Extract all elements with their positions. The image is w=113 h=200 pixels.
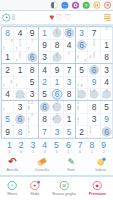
digit: 5: [67, 128, 72, 136]
numpad-digit: 7: [78, 140, 83, 149]
note-digit: [59, 59, 63, 63]
numpad-remaining-count: 1: [32, 149, 34, 153]
premium-icon: ◆: [93, 181, 102, 190]
numpad-1[interactable]: 13: [5, 140, 14, 155]
note-digit: [108, 96, 112, 100]
digit: 7: [92, 29, 97, 37]
cell-r8c5[interactable]: 24: [51, 113, 63, 125]
numpad-4[interactable]: 44: [40, 140, 49, 155]
heart-empty-icon: ♡: [64, 13, 71, 21]
note-digit: [96, 96, 100, 100]
pencil-notes: 247: [27, 114, 38, 125]
digit: 8: [5, 29, 10, 37]
note-digit: [34, 109, 38, 113]
cell-r4c9[interactable]: 3: [100, 64, 112, 76]
digit: 1: [18, 66, 23, 74]
cell-r7c1[interactable]: 7: [2, 101, 14, 113]
digit: 6: [55, 90, 60, 98]
status-bar: 05:46 ♥♡♡: [0, 11, 113, 25]
digit: 7: [67, 66, 72, 74]
new-grid-icon: ⊞: [60, 181, 69, 190]
numpad-8[interactable]: 81: [88, 140, 97, 155]
nav-item-premium[interactable]: ◆Premium: [89, 181, 106, 196]
note-digit: [10, 47, 14, 51]
cell-r4c2[interactable]: 1: [14, 64, 26, 76]
cell-r6c4[interactable]: 5: [39, 89, 51, 101]
numpad-2[interactable]: 26: [17, 140, 26, 155]
digit: 3: [30, 90, 35, 98]
note-digit: [84, 84, 88, 88]
digit: 8: [67, 90, 72, 98]
numpad-remaining-count: 2: [103, 149, 105, 153]
cell-r9c1[interactable]: 9: [2, 126, 14, 138]
digit: 3: [18, 103, 23, 111]
note-digit: [10, 109, 14, 113]
pencil-notes: 14: [88, 126, 99, 138]
numpad-digit: 8: [89, 140, 94, 149]
pencil-notes: 14: [27, 126, 38, 138]
note-digit: [59, 121, 63, 125]
pencil-notes: 25: [88, 40, 99, 51]
cell-r1c2[interactable]: 4: [14, 27, 26, 39]
numpad-digit: 5: [54, 140, 59, 149]
cell-r6c5[interactable]: 6: [51, 89, 63, 101]
cell-r8c9[interactable]: 9: [100, 113, 112, 125]
digit: 4: [5, 90, 10, 98]
cell-r8c1[interactable]: 5: [2, 113, 14, 125]
digit: 1: [67, 115, 72, 123]
numpad-remaining-count: 3: [55, 149, 57, 153]
cell-r9c4[interactable]: 7: [39, 126, 51, 138]
digit: 6: [92, 66, 97, 74]
pencil-notes: 7: [2, 101, 13, 112]
cell-r4c4[interactable]: 4: [39, 64, 51, 76]
lives-hearts: ♥♡♡: [17, 13, 104, 21]
numpad-6[interactable]: 61: [64, 140, 73, 155]
nav-label: Menù: [7, 191, 17, 196]
pencil-notes: 257: [14, 52, 25, 63]
numpad-3[interactable]: 31: [29, 140, 38, 155]
digit: 1: [55, 78, 60, 86]
digit: 6: [30, 53, 35, 61]
pencil-notes: 27: [101, 89, 113, 100]
heart-empty-icon: ♡: [56, 13, 63, 21]
digit: 1: [42, 29, 47, 37]
numpad-remaining-count: 3: [8, 149, 10, 153]
cell-r8c6[interactable]: 1: [63, 113, 75, 125]
numpad-digit: 2: [19, 140, 24, 149]
numpad-remaining-count: 1: [67, 149, 69, 153]
digit: 2: [79, 128, 84, 136]
cell-r9c3[interactable]: 14: [26, 126, 38, 138]
cell-r2c7[interactable]: 6: [76, 39, 88, 51]
pencil-notes: 245: [88, 52, 99, 63]
cell-r1c3[interactable]: 9: [26, 27, 38, 39]
cell-r1c5[interactable]: 25: [51, 27, 63, 39]
cell-r7c3[interactable]: 1247: [26, 101, 38, 113]
bottom-nav: ≡Menù★Sfide⊞Nuova griglia◆Premium: [0, 176, 113, 200]
digit: 5: [104, 103, 109, 111]
cell-r7c6[interactable]: 9: [63, 101, 75, 113]
cell-r3c8[interactable]: 245: [88, 52, 100, 64]
note-digit: [96, 134, 100, 138]
cell-r7c4[interactable]: 6: [39, 101, 51, 113]
cell-r2c4[interactable]: 9: [39, 39, 51, 51]
digit: 4: [42, 66, 47, 74]
digit: 8: [104, 53, 109, 61]
note-button[interactable]: ✎Note: [62, 157, 81, 176]
cell-r2c2[interactable]: 257: [14, 39, 26, 51]
numpad-remaining-count: 6: [20, 149, 22, 153]
numpad-digit: 6: [66, 140, 71, 149]
challenges-icon: ★: [30, 181, 39, 190]
cell-r5c9[interactable]: 4: [100, 76, 112, 88]
digit: 9: [92, 78, 97, 86]
digit: 5: [30, 78, 35, 86]
pencil-notes: 67: [2, 77, 13, 88]
pencil-notes: 25: [51, 27, 62, 38]
pencil-notes: 49: [76, 52, 87, 63]
cell-r6c1[interactable]: 4: [2, 89, 14, 101]
cell-r1c6[interactable]: 6: [63, 27, 75, 39]
nav-item-nuova-griglia[interactable]: ⊞Nuova griglia: [52, 181, 75, 196]
note-digit: [22, 47, 26, 51]
cell-r2c6[interactable]: 4: [63, 39, 75, 51]
digit: 8: [55, 41, 60, 49]
clock-icon: [2, 14, 10, 22]
cell-r2c9[interactable]: 1: [100, 39, 112, 51]
digit: 6: [67, 29, 72, 37]
digit: 2: [42, 78, 47, 86]
cell-r3c4[interactable]: 3: [39, 52, 51, 64]
cell-r7c9[interactable]: 5: [100, 101, 112, 113]
cancella-button[interactable]: Cancella: [32, 157, 51, 176]
digit: 9: [67, 103, 72, 111]
pencil-notes: 1247: [27, 101, 38, 112]
numpad-9[interactable]: 92: [99, 140, 108, 155]
cell-r8c2[interactable]: 6: [14, 113, 26, 125]
digit: 3: [104, 66, 109, 74]
cell-r3c5[interactable]: 257: [51, 52, 63, 64]
pencil-glyph: ✎: [67, 157, 75, 166]
cell-r2c3[interactable]: 27: [26, 39, 38, 51]
list-bar: [104, 18, 111, 19]
sudoku-app: ...?× 05:46 ♥♡♡ 849125637237257279846251…: [0, 0, 113, 200]
menu-icon: ≡: [8, 181, 17, 190]
help-icon[interactable]: ?: [83, 2, 90, 9]
action-label: Note: [67, 168, 75, 172]
numpad-digit: 3: [31, 140, 36, 149]
pencil-notes: 79: [14, 89, 25, 100]
numpad-digit: 9: [101, 140, 106, 149]
cell-r9c2[interactable]: 8: [14, 126, 26, 138]
eraser-icon: [38, 157, 47, 167]
pencil-notes: 17: [76, 89, 87, 100]
undo-arrow-glyph: ↶: [8, 157, 16, 167]
cell-r1c7[interactable]: 3: [76, 27, 88, 39]
close-icon[interactable]: ×: [104, 2, 111, 9]
digit: 3: [67, 78, 72, 86]
digit: 2: [5, 66, 10, 74]
numpad-remaining-count: 6: [79, 149, 81, 153]
pause-icon[interactable]: [93, 2, 100, 9]
cell-r1c4[interactable]: 1: [39, 27, 51, 39]
cell-r1c9[interactable]: 2: [100, 27, 112, 39]
pencil-notes: 147: [76, 101, 87, 112]
eraser-shape: [37, 157, 47, 166]
cell-r3c6[interactable]: 2: [63, 52, 75, 64]
top-toolbar: ...?×: [0, 0, 113, 11]
note-digit: [59, 109, 63, 113]
cell-r5c1[interactable]: 67: [2, 76, 14, 88]
digit: 3: [92, 115, 97, 123]
cell-r7c8[interactable]: 8: [88, 101, 100, 113]
pencil-notes: 2: [64, 52, 75, 63]
digit: 5: [79, 66, 84, 74]
hint-bulb: [97, 159, 104, 166]
pencil-notes: 24: [51, 114, 62, 125]
cell-r3c2[interactable]: 257: [14, 52, 26, 64]
digit: 6: [42, 103, 47, 111]
nav-label: Sfide: [30, 191, 39, 196]
cell-r5c4[interactable]: 2: [39, 76, 51, 88]
note-digit: [10, 84, 14, 88]
pencil-notes: 47: [76, 114, 87, 125]
cell-r5c5[interactable]: 1: [51, 76, 63, 88]
theme-toggle-icon[interactable]: [51, 2, 58, 9]
cell-r3c9[interactable]: 8: [100, 52, 112, 64]
digit: 8: [30, 66, 35, 74]
cell-r2c8[interactable]: 25: [88, 39, 100, 51]
note-digit: [34, 47, 38, 51]
digit: 7: [42, 128, 47, 136]
numpad-digit: 1: [7, 140, 12, 149]
cell-r4c7[interactable]: 5: [76, 64, 88, 76]
action-buttons-row: ↶AnnullaCancella✎NoteIndizio: [0, 155, 113, 176]
pencil-notes: 2: [101, 27, 113, 38]
note-digit: [22, 84, 26, 88]
digit: 8: [18, 128, 23, 136]
notification-badge: [37, 180, 41, 184]
cell-r6c3[interactable]: 3: [26, 89, 38, 101]
pencil-notes: 257: [14, 40, 25, 51]
cell-r7c7[interactable]: 147: [76, 101, 88, 113]
note-digit: [22, 59, 26, 63]
numpad-5[interactable]: 53: [52, 140, 61, 155]
note-digit: 9: [84, 59, 88, 63]
cell-r3c7[interactable]: 49: [76, 52, 88, 64]
nav-label: Premium: [89, 191, 106, 196]
note-digit: [71, 59, 75, 63]
digit: 4: [104, 78, 109, 86]
cell-r7c2[interactable]: 3: [14, 101, 26, 113]
pencil-icon: ✎: [67, 157, 75, 167]
indizio-button[interactable]: Indizio: [91, 157, 110, 176]
action-label: Indizio: [95, 168, 106, 172]
cell-r8c3[interactable]: 247: [26, 113, 38, 125]
pencil-notes: 257: [51, 52, 62, 63]
undo-icon: ↶: [8, 157, 16, 167]
pencil-notes: 24: [51, 101, 62, 112]
cell-r8c4[interactable]: 8: [39, 113, 51, 125]
pencil-notes: 78: [76, 77, 87, 88]
cell-r5c3[interactable]: 5: [26, 76, 38, 88]
digit: 9: [30, 29, 35, 37]
cell-r6c6[interactable]: 8: [63, 89, 75, 101]
hint-badge: [102, 157, 106, 161]
digit: 6: [18, 115, 23, 123]
board-area: 8491256372372572798462511257632572492458…: [0, 25, 113, 139]
heart-filled-icon: ♥: [50, 13, 55, 21]
digit: 3: [79, 29, 84, 37]
cell-r5c7[interactable]: 78: [76, 76, 88, 88]
list-bar: [106, 20, 111, 21]
numpad-remaining-count: 1: [91, 149, 93, 153]
cell-r3c3[interactable]: 6: [26, 52, 38, 64]
list-bar: [104, 14, 111, 15]
note-digit: [96, 59, 100, 63]
chat-icon[interactable]: ...: [61, 2, 68, 9]
cell-r5c6[interactable]: 3: [63, 76, 75, 88]
cell-r9c6[interactable]: 5: [63, 126, 75, 138]
digit: 3: [55, 128, 60, 136]
note-digit: 9: [22, 96, 26, 100]
digit: 3: [42, 53, 47, 61]
digit: 8: [92, 103, 97, 111]
note-digit: [96, 47, 100, 51]
digit: 6: [104, 128, 109, 136]
cell-r1c8[interactable]: 7: [88, 27, 100, 39]
note-digit: [84, 121, 88, 125]
note-digit: [59, 35, 63, 39]
digit: 1: [5, 53, 10, 61]
digit: 4: [67, 41, 72, 49]
pencil-notes: 12: [88, 89, 99, 100]
cell-r4c1[interactable]: 2: [2, 64, 14, 76]
digit: 6: [79, 41, 84, 49]
digit: 5: [42, 90, 47, 98]
cell-r4c8[interactable]: 6: [88, 64, 100, 76]
note-digit: [84, 109, 88, 113]
cell-r2c1[interactable]: 37: [2, 39, 14, 51]
digit: 9: [42, 41, 47, 49]
record-target-icon[interactable]: [72, 2, 79, 9]
cell-r8c8[interactable]: 3: [88, 113, 100, 125]
hint-bulb-icon: [97, 157, 104, 167]
pencil-notes: 27: [27, 40, 38, 51]
cell-r5c2[interactable]: 7: [14, 76, 26, 88]
cell-r6c8[interactable]: 12: [88, 89, 100, 101]
pencil-notes: 7: [14, 77, 25, 88]
cell-r6c9[interactable]: 27: [100, 89, 112, 101]
sudoku-grid: 8491256372372572798462511257632572492458…: [1, 26, 113, 138]
cell-r9c7[interactable]: 2: [76, 126, 88, 138]
cell-r3c1[interactable]: 1: [2, 52, 14, 64]
pencil-notes: 37: [2, 40, 13, 51]
number-pad: 132631445361768192: [0, 139, 113, 155]
digit: 4: [18, 29, 23, 37]
digit: 5: [5, 115, 10, 123]
cell-r1c1[interactable]: 8: [2, 27, 14, 39]
note-digit: [34, 121, 38, 125]
digit: 1: [104, 41, 109, 49]
cell-r9c5[interactable]: 3: [51, 126, 63, 138]
cell-r6c2[interactable]: 79: [14, 89, 26, 101]
cell-r8c7[interactable]: 47: [76, 113, 88, 125]
cell-r6c7[interactable]: 17: [76, 89, 88, 101]
digit: 8: [42, 115, 47, 123]
action-label: Cancella: [35, 168, 49, 172]
digit: 9: [55, 66, 60, 74]
action-label: Annulla: [6, 168, 18, 172]
digit: 9: [5, 128, 10, 136]
nav-item-menù[interactable]: ≡Menù: [7, 181, 17, 196]
cell-r4c3[interactable]: 8: [26, 64, 38, 76]
cell-r5c8[interactable]: 9: [88, 76, 100, 88]
note-digit: [34, 134, 38, 138]
note-digit: [84, 96, 88, 100]
nav-item-sfide[interactable]: ★Sfide: [30, 181, 39, 196]
list-icon[interactable]: [104, 14, 111, 21]
cell-r7c5[interactable]: 24: [51, 101, 63, 113]
numpad-remaining-count: 4: [44, 149, 46, 153]
note-digit: [108, 35, 112, 39]
cell-r4c6[interactable]: 7: [63, 64, 75, 76]
cell-r9c9[interactable]: 6: [100, 126, 112, 138]
numpad-digit: 4: [42, 140, 47, 149]
cell-r2c5[interactable]: 8: [51, 39, 63, 51]
annulla-button[interactable]: ↶Annulla: [3, 157, 22, 176]
numpad-7[interactable]: 76: [76, 140, 85, 155]
cell-r9c8[interactable]: 14: [88, 126, 100, 138]
nav-label: Nuova griglia: [52, 191, 75, 196]
digit: 9: [104, 115, 109, 123]
cell-r4c5[interactable]: 9: [51, 64, 63, 76]
